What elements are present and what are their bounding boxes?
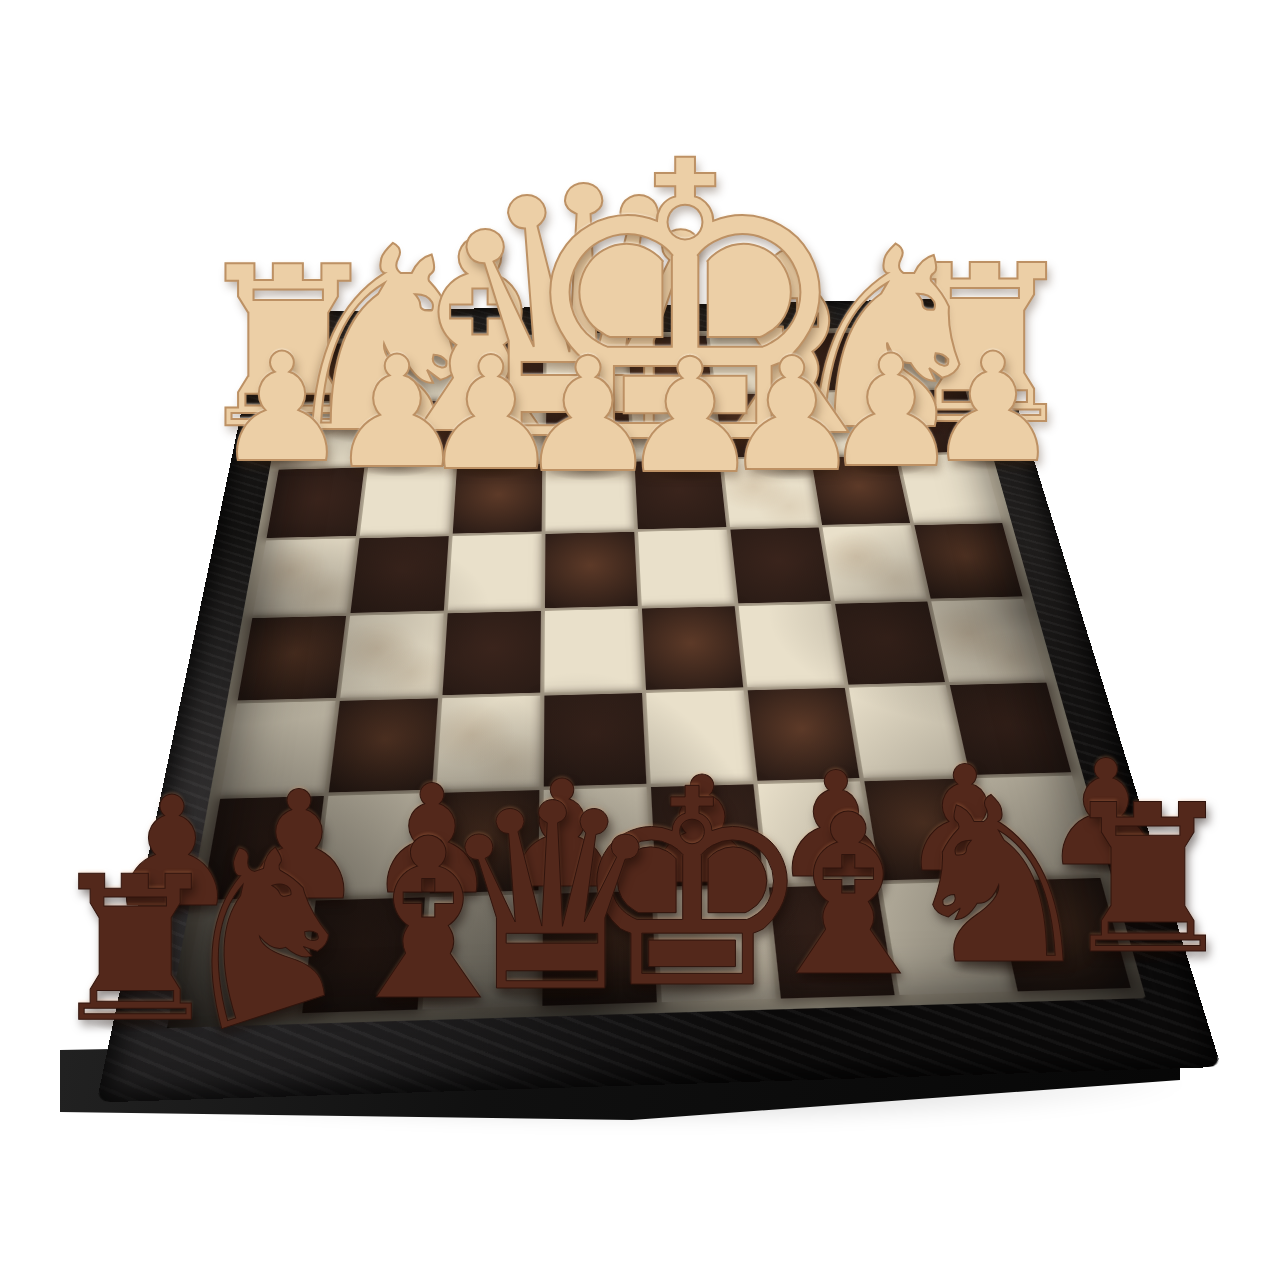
chess-photo-scene: ♜♞♝♛♚♝♞♜♟♟♟♟♟♟♟♟♟♟♟♟♟♟♟♟♜♞♝♛♚♝♞♜ [0, 0, 1280, 1280]
piece-light-pawn[interactable]: ♟ [619, 337, 761, 495]
piece-dark-rook[interactable]: ♜ [45, 850, 224, 1050]
pieces-layer: ♜♞♝♛♚♝♞♜♟♟♟♟♟♟♟♟♟♟♟♟♟♟♟♟♜♞♝♛♚♝♞♜ [0, 0, 1280, 1280]
